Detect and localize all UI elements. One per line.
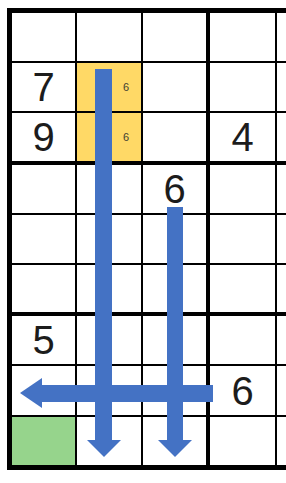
cell-r4c1[interactable] <box>12 165 77 215</box>
cell-r8c4[interactable]: 6 <box>210 366 277 417</box>
cell-r5c5[interactable] <box>277 215 286 265</box>
cell-r1c4[interactable] <box>210 13 277 63</box>
cell-r9c5[interactable] <box>277 417 286 465</box>
cell-r2c5[interactable] <box>277 63 286 113</box>
cell-r3c3[interactable] <box>143 113 210 165</box>
cell-r2c4[interactable] <box>210 63 277 113</box>
down-arrow-col3-shaft <box>167 207 183 440</box>
down-arrow-col3-head-icon <box>158 440 192 457</box>
cell-r9c1[interactable] <box>12 417 77 465</box>
cell-r7c4[interactable] <box>210 316 277 366</box>
cell-r3c4[interactable]: 4 <box>210 113 277 165</box>
cell-r6c1[interactable] <box>12 265 77 316</box>
left-arrow-row8-head-icon <box>20 378 42 408</box>
sudoku-screenshot: 76964656 <box>0 0 286 483</box>
given-digit: 7 <box>32 67 54 107</box>
cell-r1c2[interactable] <box>77 13 143 63</box>
cell-r4c5[interactable] <box>277 165 286 215</box>
cell-r1c3[interactable] <box>143 13 210 63</box>
given-digit: 9 <box>32 117 54 157</box>
pencil-mark: 6 <box>123 132 129 143</box>
cell-r7c5[interactable] <box>277 316 286 366</box>
cell-r1c5[interactable] <box>277 13 286 63</box>
cell-r6c5[interactable] <box>277 265 286 316</box>
cell-r4c4[interactable] <box>210 165 277 215</box>
down-arrow-col2-head-icon <box>87 440 121 457</box>
cell-r2c3[interactable] <box>143 63 210 113</box>
left-arrow-row8-shaft <box>42 385 213 402</box>
pencil-mark: 6 <box>123 82 129 93</box>
cell-r5c4[interactable] <box>210 215 277 265</box>
given-digit: 5 <box>32 320 54 360</box>
cell-r1c1[interactable] <box>12 13 77 63</box>
cell-r8c5[interactable] <box>277 366 286 417</box>
given-digit: 4 <box>231 117 253 157</box>
cell-r7c1[interactable]: 5 <box>12 316 77 366</box>
cell-r5c1[interactable] <box>12 215 77 265</box>
given-digit: 6 <box>163 169 185 209</box>
cell-r2c1[interactable]: 7 <box>12 63 77 113</box>
cell-r3c1[interactable]: 9 <box>12 113 77 165</box>
given-digit: 6 <box>231 371 253 411</box>
cell-r6c4[interactable] <box>210 265 277 316</box>
cell-r9c4[interactable] <box>210 417 277 465</box>
cell-r3c5[interactable] <box>277 113 286 165</box>
